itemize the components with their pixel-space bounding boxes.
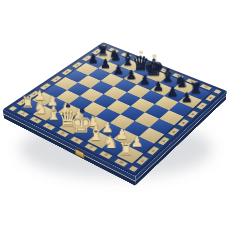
border-corner	[129, 166, 139, 172]
piece-white-rook[interactable]: ♜	[108, 127, 143, 158]
piece-black-pawn[interactable]: ♟	[171, 76, 202, 104]
chess-set-photo: AA88BB77CC66DD55EE44FF33GG22HH11 ♜♞♝♛♚♝♞…	[0, 0, 238, 238]
border-corner	[213, 89, 221, 94]
